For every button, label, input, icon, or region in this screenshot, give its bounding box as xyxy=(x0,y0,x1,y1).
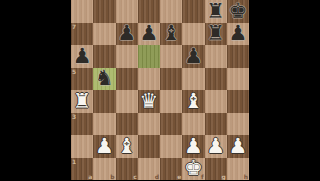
square-d4[interactable]: ♛ xyxy=(138,90,160,113)
square-c3[interactable] xyxy=(116,113,138,136)
white-bishop[interactable]: ♝ xyxy=(116,135,138,158)
square-f5[interactable] xyxy=(182,68,204,91)
chess-board: ♜♚7♟♟♝♜♟♟♟5♞♜♛♝3♟♝♟♟♟1abcdef♚gh xyxy=(71,0,249,180)
square-h3[interactable] xyxy=(227,113,249,136)
square-h8[interactable]: ♚ xyxy=(227,0,249,23)
file-label-h: h xyxy=(244,173,248,180)
file-label-c: c xyxy=(133,173,137,180)
square-f2[interactable]: ♟ xyxy=(182,135,204,158)
square-d5[interactable] xyxy=(138,68,160,91)
square-d3[interactable] xyxy=(138,113,160,136)
square-g3[interactable] xyxy=(205,113,227,136)
square-f3[interactable] xyxy=(182,113,204,136)
square-g7[interactable]: ♜ xyxy=(205,23,227,46)
black-rook[interactable]: ♜ xyxy=(205,23,227,46)
square-d2[interactable] xyxy=(138,135,160,158)
square-f4[interactable]: ♝ xyxy=(182,90,204,113)
white-pawn[interactable]: ♟ xyxy=(205,135,227,158)
square-d7[interactable]: ♟ xyxy=(138,23,160,46)
square-h1[interactable]: h xyxy=(227,158,249,181)
square-c1[interactable]: c xyxy=(116,158,138,181)
right-letterbox-bar xyxy=(249,0,320,180)
left-letterbox-bar xyxy=(0,0,71,180)
black-pawn[interactable]: ♟ xyxy=(116,23,138,46)
square-c2[interactable]: ♝ xyxy=(116,135,138,158)
square-g5[interactable] xyxy=(205,68,227,91)
white-king[interactable]: ♚ xyxy=(182,158,204,181)
square-e6[interactable] xyxy=(160,45,182,68)
square-b7[interactable] xyxy=(93,23,115,46)
square-e2[interactable] xyxy=(160,135,182,158)
square-f8[interactable] xyxy=(182,0,204,23)
square-c5[interactable] xyxy=(116,68,138,91)
file-label-g: g xyxy=(221,173,225,180)
square-h6[interactable] xyxy=(227,45,249,68)
square-a3[interactable]: 3 xyxy=(71,113,93,136)
square-d8[interactable] xyxy=(138,0,160,23)
black-knight[interactable]: ♞ xyxy=(93,68,115,91)
square-h7[interactable]: ♟ xyxy=(227,23,249,46)
white-queen[interactable]: ♛ xyxy=(138,90,160,113)
black-pawn[interactable]: ♟ xyxy=(138,23,160,46)
square-b5[interactable]: ♞ xyxy=(93,68,115,91)
square-f1[interactable]: f♚ xyxy=(182,158,204,181)
square-f6[interactable]: ♟ xyxy=(182,45,204,68)
square-b2[interactable]: ♟ xyxy=(93,135,115,158)
file-label-a: a xyxy=(88,173,92,180)
file-label-b: b xyxy=(110,173,114,180)
square-e5[interactable] xyxy=(160,68,182,91)
white-pawn[interactable]: ♟ xyxy=(182,135,204,158)
square-b8[interactable] xyxy=(93,0,115,23)
white-rook[interactable]: ♜ xyxy=(71,90,93,113)
rank-label-7: 7 xyxy=(72,23,76,30)
square-e7[interactable]: ♝ xyxy=(160,23,182,46)
square-a7[interactable]: 7 xyxy=(71,23,93,46)
square-e4[interactable] xyxy=(160,90,182,113)
square-h4[interactable] xyxy=(227,90,249,113)
square-a8[interactable] xyxy=(71,0,93,23)
square-g8[interactable]: ♜ xyxy=(205,0,227,23)
rank-label-3: 3 xyxy=(72,113,76,120)
square-a6[interactable]: ♟ xyxy=(71,45,93,68)
square-f7[interactable] xyxy=(182,23,204,46)
square-c6[interactable] xyxy=(116,45,138,68)
square-e1[interactable]: e xyxy=(160,158,182,181)
white-pawn[interactable]: ♟ xyxy=(227,135,249,158)
square-a1[interactable]: 1a xyxy=(71,158,93,181)
square-d6[interactable] xyxy=(138,45,160,68)
square-g6[interactable] xyxy=(205,45,227,68)
black-pawn[interactable]: ♟ xyxy=(182,45,204,68)
square-c8[interactable] xyxy=(116,0,138,23)
black-pawn[interactable]: ♟ xyxy=(71,45,93,68)
square-b1[interactable]: b xyxy=(93,158,115,181)
square-b3[interactable] xyxy=(93,113,115,136)
rank-label-1: 1 xyxy=(72,158,76,165)
white-pawn[interactable]: ♟ xyxy=(93,135,115,158)
rank-label-5: 5 xyxy=(72,68,76,75)
square-g4[interactable] xyxy=(205,90,227,113)
square-d1[interactable]: d xyxy=(138,158,160,181)
black-rook[interactable]: ♜ xyxy=(205,0,227,23)
square-a2[interactable] xyxy=(71,135,93,158)
square-g2[interactable]: ♟ xyxy=(205,135,227,158)
square-b6[interactable] xyxy=(93,45,115,68)
file-label-e: e xyxy=(177,173,181,180)
black-bishop[interactable]: ♝ xyxy=(160,23,182,46)
square-g1[interactable]: g xyxy=(205,158,227,181)
square-e8[interactable] xyxy=(160,0,182,23)
square-c7[interactable]: ♟ xyxy=(116,23,138,46)
square-c4[interactable] xyxy=(116,90,138,113)
square-h5[interactable] xyxy=(227,68,249,91)
square-e3[interactable] xyxy=(160,113,182,136)
video-frame: ♜♚7♟♟♝♜♟♟♟5♞♜♛♝3♟♝♟♟♟1abcdef♚gh xyxy=(0,0,320,180)
black-pawn[interactable]: ♟ xyxy=(227,23,249,46)
square-b4[interactable] xyxy=(93,90,115,113)
square-a4[interactable]: ♜ xyxy=(71,90,93,113)
white-bishop[interactable]: ♝ xyxy=(182,90,204,113)
square-h2[interactable]: ♟ xyxy=(227,135,249,158)
file-label-d: d xyxy=(155,173,159,180)
square-a5[interactable]: 5 xyxy=(71,68,93,91)
black-king[interactable]: ♚ xyxy=(227,0,249,23)
